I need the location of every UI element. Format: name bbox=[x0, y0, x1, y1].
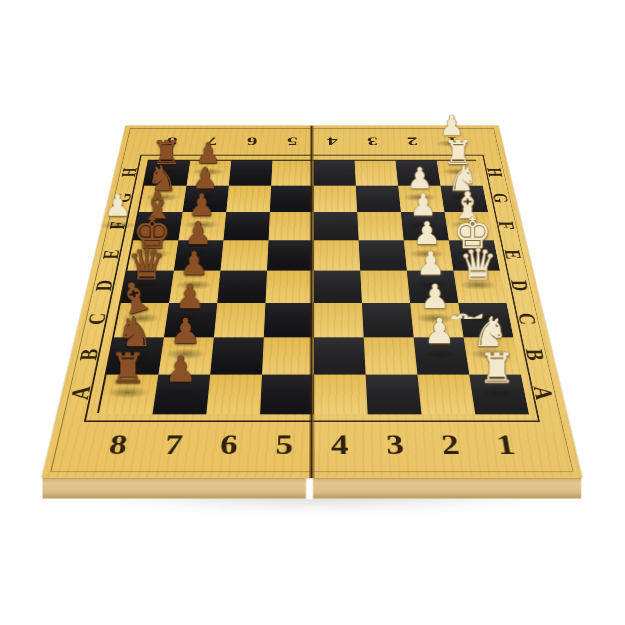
square-c6[interactable] bbox=[214, 303, 266, 338]
coord-far-5: 5 bbox=[276, 133, 307, 151]
coord-front-1: 1 bbox=[482, 428, 531, 462]
perspective-scene: 8765432187654321ABCDEFGHABCDEFGH♟♜♟♜♞♟♞♟… bbox=[0, 0, 625, 625]
square-d5[interactable] bbox=[265, 271, 313, 303]
square-h6[interactable] bbox=[229, 161, 273, 186]
square-a3[interactable] bbox=[366, 375, 422, 415]
coord-front-3: 3 bbox=[373, 428, 418, 462]
white-P-glyph: ♟ bbox=[410, 303, 467, 360]
square-b4[interactable] bbox=[314, 337, 366, 374]
square-d4[interactable] bbox=[314, 271, 362, 303]
black-R-glyph: ♜ bbox=[98, 339, 157, 398]
square-f5[interactable] bbox=[269, 212, 314, 240]
square-e6[interactable] bbox=[220, 240, 268, 270]
square-c5[interactable] bbox=[264, 303, 314, 338]
square-g5[interactable] bbox=[270, 186, 314, 213]
square-e4[interactable] bbox=[314, 240, 361, 270]
square-h5[interactable] bbox=[271, 161, 313, 186]
square-d6[interactable] bbox=[217, 271, 267, 303]
square-c4[interactable] bbox=[314, 303, 364, 338]
board-front-edge bbox=[43, 476, 582, 499]
square-h3[interactable] bbox=[355, 161, 399, 186]
coord-far-6: 6 bbox=[235, 133, 267, 151]
chess-board[interactable]: 8765432187654321ABCDEFGHABCDEFGH♟♜♟♜♞♟♞♟… bbox=[42, 126, 582, 478]
coord-front-7: 7 bbox=[150, 428, 197, 462]
black-P-glyph: ♟ bbox=[151, 339, 210, 398]
square-g6[interactable] bbox=[226, 186, 271, 213]
square-h4[interactable] bbox=[313, 161, 355, 186]
square-e5[interactable] bbox=[267, 240, 314, 270]
white-R-glyph: ♜ bbox=[467, 339, 526, 398]
coord-front-5: 5 bbox=[262, 428, 306, 462]
square-a6[interactable] bbox=[206, 375, 262, 415]
square-b5[interactable] bbox=[262, 337, 314, 374]
coord-front-6: 6 bbox=[206, 428, 251, 462]
square-f6[interactable] bbox=[223, 212, 269, 240]
coord-front-2: 2 bbox=[427, 428, 474, 462]
coord-front-8: 8 bbox=[94, 428, 143, 462]
board-fold-seam bbox=[309, 126, 315, 478]
square-b6[interactable] bbox=[210, 337, 264, 374]
piece-black-P-a7[interactable]: ♟ bbox=[150, 354, 214, 397]
coord-front-4: 4 bbox=[318, 428, 362, 462]
piece-white-R-a1[interactable]: ♜ bbox=[461, 354, 527, 397]
board-front-edge-fold-gap bbox=[306, 477, 313, 500]
coord-far-4: 4 bbox=[317, 133, 348, 151]
square-a5[interactable] bbox=[260, 375, 314, 415]
square-g4[interactable] bbox=[313, 186, 357, 213]
square-a4[interactable] bbox=[314, 375, 368, 415]
product-photo-stage: 8765432187654321ABCDEFGHABCDEFGH♟♜♟♜♞♟♞♟… bbox=[0, 0, 625, 625]
piece-white-P-b2[interactable]: ♟ bbox=[407, 318, 468, 358]
square-f4[interactable] bbox=[314, 212, 359, 240]
coord-far-2: 2 bbox=[396, 133, 429, 151]
coord-far-3: 3 bbox=[356, 133, 388, 151]
